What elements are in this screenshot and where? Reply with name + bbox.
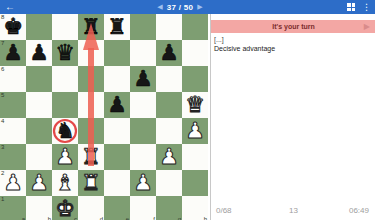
turn-banner-label: It's your turn <box>272 23 315 30</box>
square-c8[interactable] <box>52 14 78 40</box>
evaluation-label: Decisive advantage <box>214 45 275 52</box>
square-g1[interactable]: g <box>156 196 182 220</box>
square-g7[interactable]: ♟ <box>156 40 182 66</box>
square-e3[interactable] <box>104 144 130 170</box>
level-number: 13 <box>289 206 298 215</box>
square-g5[interactable] <box>156 92 182 118</box>
rank-label: 8 <box>1 14 4 20</box>
square-g2[interactable] <box>156 170 182 196</box>
banner-forward-icon[interactable]: ▶ <box>364 20 370 33</box>
app-screen: ← ◀ 37 / 50 ▶ ⋮ 8♚♜♜7♟♟♛♟6♟5♟♛4♞♟3♟♜♟2♟♟… <box>0 0 375 220</box>
move-list-placeholder[interactable]: [...] <box>214 36 224 43</box>
timer: 06:49 <box>349 206 369 215</box>
square-d8[interactable]: ♜ <box>78 14 104 40</box>
square-h8[interactable] <box>182 14 208 40</box>
rank-label: 1 <box>1 196 4 202</box>
file-label: a <box>22 216 25 220</box>
black-queen-piece: ♛ <box>55 40 75 66</box>
square-f5[interactable] <box>130 92 156 118</box>
square-h1[interactable]: h <box>182 196 208 220</box>
file-label: g <box>178 216 181 220</box>
file-label: h <box>204 216 207 220</box>
square-b4[interactable] <box>26 118 52 144</box>
file-label: d <box>100 216 103 220</box>
rank-label: 2 <box>1 170 4 176</box>
prev-puzzle-icon[interactable]: ◀ <box>157 3 162 11</box>
square-c3[interactable]: ♟ <box>52 144 78 170</box>
next-puzzle-icon[interactable]: ▶ <box>197 3 202 11</box>
topbar-actions: ⋮ <box>347 0 371 14</box>
turn-banner[interactable]: It's your turn ▶ <box>211 20 375 33</box>
black-pawn-piece: ♟ <box>159 40 179 66</box>
overflow-menu-icon[interactable]: ⋮ <box>362 0 371 14</box>
square-a5[interactable]: 5 <box>0 92 26 118</box>
square-a1[interactable]: 1a <box>0 196 26 220</box>
square-b5[interactable] <box>26 92 52 118</box>
chess-board: 8♚♜♜7♟♟♛♟6♟5♟♛4♞♟3♟♜♟2♟♟♝♜♟1abc♚defgh <box>0 14 208 220</box>
square-b8[interactable] <box>26 14 52 40</box>
square-h5[interactable]: ♛ <box>182 92 208 118</box>
black-king-piece: ♚ <box>3 14 23 40</box>
square-f4[interactable] <box>130 118 156 144</box>
square-f6[interactable]: ♟ <box>130 66 156 92</box>
black-knight-piece: ♞ <box>55 118 75 144</box>
square-b6[interactable] <box>26 66 52 92</box>
square-e5[interactable]: ♟ <box>104 92 130 118</box>
puzzle-counter: 37 / 50 <box>167 3 194 12</box>
square-c6[interactable] <box>52 66 78 92</box>
square-c1[interactable]: c♚ <box>52 196 78 220</box>
white-rook-piece: ♜ <box>81 170 101 196</box>
square-f8[interactable] <box>130 14 156 40</box>
square-f3[interactable] <box>130 144 156 170</box>
square-c7[interactable]: ♛ <box>52 40 78 66</box>
back-icon[interactable]: ← <box>0 0 20 14</box>
square-a8[interactable]: 8♚ <box>0 14 26 40</box>
square-a3[interactable]: 3 <box>0 144 26 170</box>
white-queen-piece: ♛ <box>185 92 205 118</box>
file-label: b <box>48 216 51 220</box>
square-f1[interactable]: f <box>130 196 156 220</box>
square-a2[interactable]: 2♟ <box>0 170 26 196</box>
rank-label: 5 <box>1 92 4 98</box>
square-d7[interactable] <box>78 40 104 66</box>
square-f7[interactable] <box>130 40 156 66</box>
top-bar: ← ◀ 37 / 50 ▶ ⋮ <box>0 0 375 14</box>
square-h3[interactable] <box>182 144 208 170</box>
square-d6[interactable] <box>78 66 104 92</box>
square-d1[interactable]: d <box>78 196 104 220</box>
white-pawn-piece: ♟ <box>29 170 49 196</box>
square-c4[interactable]: ♞ <box>52 118 78 144</box>
square-f2[interactable]: ♟ <box>130 170 156 196</box>
square-e4[interactable] <box>104 118 130 144</box>
black-pawn-piece: ♟ <box>133 66 153 92</box>
square-e6[interactable] <box>104 66 130 92</box>
white-pawn-piece: ♟ <box>133 170 153 196</box>
file-label: c <box>74 216 77 220</box>
square-h7[interactable] <box>182 40 208 66</box>
rank-label: 3 <box>1 144 4 150</box>
square-g4[interactable] <box>156 118 182 144</box>
file-label: f <box>153 216 155 220</box>
square-b7[interactable]: ♟ <box>26 40 52 66</box>
square-d5[interactable] <box>78 92 104 118</box>
square-d4[interactable] <box>78 118 104 144</box>
square-b1[interactable]: b <box>26 196 52 220</box>
white-pawn-piece: ♟ <box>55 144 75 170</box>
rank-label: 4 <box>1 118 4 124</box>
white-pawn-piece: ♟ <box>3 170 23 196</box>
white-pawn-piece: ♟ <box>159 144 179 170</box>
square-b3[interactable] <box>26 144 52 170</box>
square-a7[interactable]: 7♟ <box>0 40 26 66</box>
square-b2[interactable]: ♟ <box>26 170 52 196</box>
black-rook-piece: ♜ <box>107 14 127 40</box>
square-g8[interactable] <box>156 14 182 40</box>
square-e2[interactable] <box>104 170 130 196</box>
rank-label: 6 <box>1 66 4 72</box>
white-pawn-piece: ♟ <box>185 118 205 144</box>
file-label: e <box>126 216 129 220</box>
square-d3[interactable]: ♜ <box>78 144 104 170</box>
puzzle-navigation: ◀ 37 / 50 ▶ <box>148 0 212 14</box>
square-h4[interactable]: ♟ <box>182 118 208 144</box>
progress-counter: 0/68 <box>216 206 232 215</box>
square-a6[interactable]: 6 <box>0 66 26 92</box>
square-c5[interactable] <box>52 92 78 118</box>
black-pawn-piece: ♟ <box>107 92 127 118</box>
square-h2[interactable] <box>182 170 208 196</box>
black-rook-piece: ♜ <box>81 14 101 40</box>
square-e1[interactable]: e <box>104 196 130 220</box>
square-h6[interactable] <box>182 66 208 92</box>
square-g3[interactable]: ♟ <box>156 144 182 170</box>
square-c2[interactable]: ♝ <box>52 170 78 196</box>
white-bishop-piece: ♝ <box>55 170 75 196</box>
square-e7[interactable] <box>104 40 130 66</box>
info-panel: It's your turn ▶ [...] Decisive advantag… <box>210 14 375 220</box>
square-e8[interactable]: ♜ <box>104 14 130 40</box>
square-a4[interactable]: 4 <box>0 118 26 144</box>
white-rook-piece: ♜ <box>81 144 101 170</box>
black-pawn-piece: ♟ <box>29 40 49 66</box>
rank-label: 7 <box>1 40 4 46</box>
black-pawn-piece: ♟ <box>3 40 23 66</box>
boards-grid-icon[interactable] <box>347 3 355 11</box>
square-d2[interactable]: ♜ <box>78 170 104 196</box>
square-g6[interactable] <box>156 66 182 92</box>
status-row: 0/68 13 06:49 <box>211 206 375 216</box>
white-king-piece: ♚ <box>55 196 75 220</box>
